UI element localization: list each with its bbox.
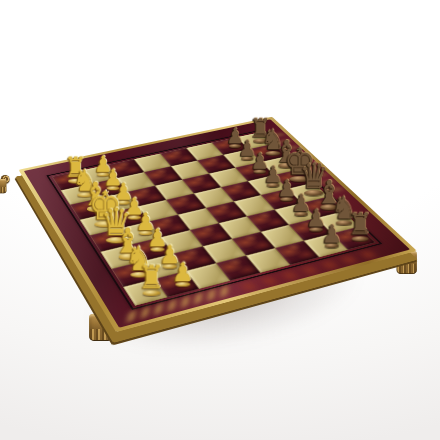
- black-rook-glyph: ♜: [342, 210, 378, 239]
- black-pawn-glyph: ♟: [317, 222, 347, 247]
- chess-set-photo: ♜♞♝♛♚♝♞♜♟♟♟♟♟♟♟♟♟♟♟♟♟♟♟♟♜♞♝♛♚♝♞♜: [0, 0, 440, 440]
- white-rook-glyph: ♜: [132, 262, 170, 294]
- white-pawn-glyph: ♟: [168, 259, 199, 285]
- foot-fluted-block: [0, 179, 6, 193]
- board-foot-back-left: [0, 176, 8, 194]
